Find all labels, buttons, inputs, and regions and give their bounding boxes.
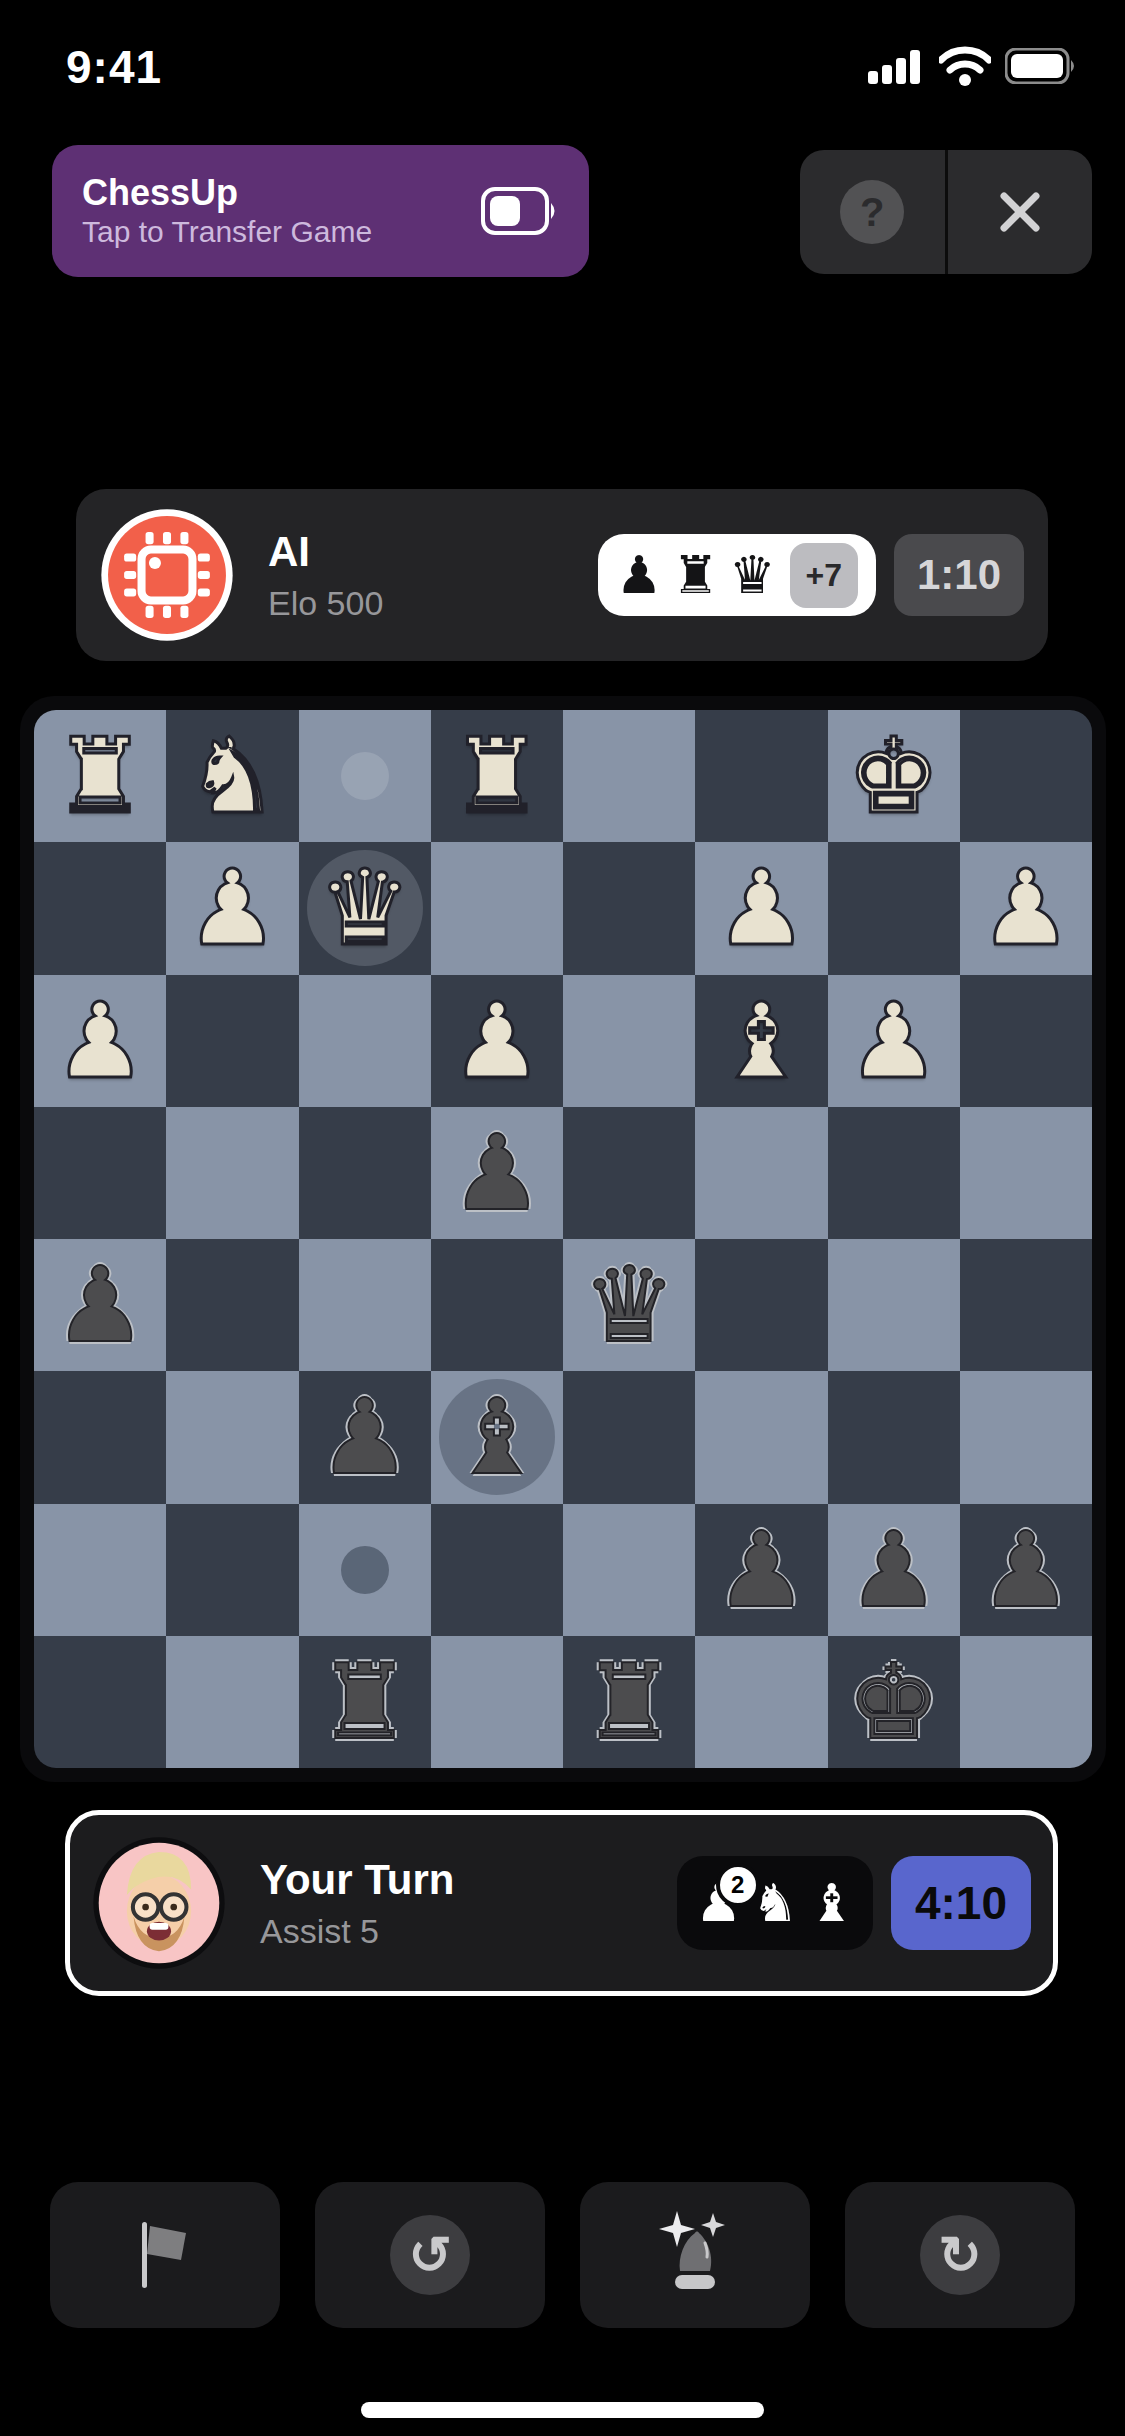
white-pawn: ♟	[186, 856, 279, 960]
square-f4[interactable]	[299, 1107, 431, 1239]
square-a5[interactable]	[960, 1239, 1092, 1371]
hint-sparkle-piece-icon	[651, 2209, 739, 2301]
black-pawn: ♟	[715, 1518, 808, 1622]
square-c7[interactable]: ♟	[695, 1504, 827, 1636]
square-d1[interactable]	[563, 710, 695, 842]
close-button[interactable]	[948, 150, 1093, 274]
square-e3[interactable]: ♟	[431, 975, 563, 1107]
game-controls: ↺ ↻	[0, 2182, 1125, 2328]
opponent-card: AI Elo 500 ♟♜♛ +7 1:10	[76, 489, 1048, 661]
square-f2[interactable]: ♛	[299, 842, 431, 974]
captured-pawn: ♟	[616, 549, 663, 601]
square-e5[interactable]	[431, 1239, 563, 1371]
square-d8[interactable]: ♜	[563, 1636, 695, 1768]
undo-icon: ↺	[390, 2215, 470, 2295]
move-dot	[341, 1546, 389, 1594]
white-bishop: ♝	[715, 989, 808, 1093]
captured-bishop: ♝	[808, 1877, 855, 1929]
square-h3[interactable]: ♟	[34, 975, 166, 1107]
square-b6[interactable]	[828, 1371, 960, 1503]
black-rook: ♜	[318, 1650, 411, 1754]
transfer-game-banner[interactable]: ChessUp Tap to Transfer Game	[52, 145, 589, 277]
chessup-app-screen: 9:41 ChessUp Tap to Transfer Game	[0, 0, 1125, 2436]
chess-board: ♜♞♜♚♟♛♟♟♟♟♝♟♟♟♛♟♝♟♟♟♜♜♚	[34, 710, 1092, 1768]
square-f7[interactable]	[299, 1504, 431, 1636]
square-h8[interactable]	[34, 1636, 166, 1768]
board-frame: ♜♞♜♚♟♛♟♟♟♟♝♟♟♟♛♟♝♟♟♟♜♜♚	[20, 696, 1106, 1782]
status-time: 9:41	[66, 40, 162, 94]
user-captured-tray: ♟2♞♝	[677, 1856, 873, 1950]
square-g1[interactable]: ♞	[166, 710, 298, 842]
status-icons	[868, 46, 1077, 86]
captured-rook: ♜	[672, 549, 719, 601]
black-pawn: ♟	[318, 1385, 411, 1489]
square-e7[interactable]	[431, 1504, 563, 1636]
user-avatar	[92, 1836, 226, 1970]
captured-knight: ♞	[752, 1877, 799, 1929]
square-g6[interactable]	[166, 1371, 298, 1503]
black-pawn: ♟	[54, 1253, 147, 1357]
square-h5[interactable]: ♟	[34, 1239, 166, 1371]
square-h2[interactable]	[34, 842, 166, 974]
black-bishop: ♝	[450, 1385, 543, 1489]
square-e6[interactable]: ♝	[431, 1371, 563, 1503]
square-h7[interactable]	[34, 1504, 166, 1636]
cellular-signal-icon	[868, 46, 925, 86]
square-a8[interactable]	[960, 1636, 1092, 1768]
undo-button[interactable]: ↺	[315, 2182, 545, 2328]
opponent-clock: 1:10	[894, 534, 1024, 616]
white-rook: ♜	[450, 724, 543, 828]
banner-subtitle: Tap to Transfer Game	[82, 214, 372, 250]
user-clock: 4:10	[891, 1856, 1031, 1950]
square-b1[interactable]: ♚	[828, 710, 960, 842]
square-d6[interactable]	[563, 1371, 695, 1503]
white-pawn: ♟	[979, 856, 1072, 960]
square-b5[interactable]	[828, 1239, 960, 1371]
square-c2[interactable]: ♟	[695, 842, 827, 974]
square-b7[interactable]: ♟	[828, 1504, 960, 1636]
white-pawn: ♟	[450, 989, 543, 1093]
square-f6[interactable]: ♟	[299, 1371, 431, 1503]
captured-more-badge: +7	[790, 543, 858, 608]
resign-button[interactable]	[50, 2182, 280, 2328]
assist-level: Assist 5	[260, 1912, 677, 1951]
ai-avatar	[100, 508, 234, 642]
black-king: ♚	[847, 1650, 940, 1754]
home-indicator[interactable]	[361, 2402, 764, 2418]
square-d5[interactable]: ♛	[563, 1239, 695, 1371]
white-pawn: ♟	[847, 989, 940, 1093]
square-b8[interactable]: ♚	[828, 1636, 960, 1768]
white-queen: ♛	[318, 856, 411, 960]
close-icon	[998, 190, 1042, 234]
white-pawn: ♟	[54, 989, 147, 1093]
square-c8[interactable]	[695, 1636, 827, 1768]
square-d7[interactable]	[563, 1504, 695, 1636]
square-c1[interactable]	[695, 710, 827, 842]
captured-pawn: ♟2	[695, 1877, 742, 1929]
square-c5[interactable]	[695, 1239, 827, 1371]
square-f1[interactable]	[299, 710, 431, 842]
black-pawn: ♟	[450, 1121, 543, 1225]
black-rook: ♜	[583, 1650, 676, 1754]
white-knight: ♞	[186, 724, 279, 828]
redo-button[interactable]: ↻	[845, 2182, 1075, 2328]
opponent-name: AI	[268, 528, 598, 576]
captured-queen: ♛	[729, 549, 776, 601]
square-h1[interactable]: ♜	[34, 710, 166, 842]
help-button[interactable]: ?	[800, 150, 948, 274]
user-card: Your Turn Assist 5 ♟2♞♝ 4:10	[65, 1810, 1058, 1996]
redo-icon: ↻	[920, 2215, 1000, 2295]
battery-icon	[1005, 48, 1077, 84]
black-pawn: ♟	[979, 1518, 1072, 1622]
wifi-icon	[939, 46, 991, 86]
square-a7[interactable]: ♟	[960, 1504, 1092, 1636]
square-a4[interactable]	[960, 1107, 1092, 1239]
square-f5[interactable]	[299, 1239, 431, 1371]
square-e2[interactable]	[431, 842, 563, 974]
square-b4[interactable]	[828, 1107, 960, 1239]
square-a2[interactable]: ♟	[960, 842, 1092, 974]
square-d3[interactable]	[563, 975, 695, 1107]
move-dot	[341, 752, 389, 800]
black-queen: ♛	[583, 1253, 676, 1357]
square-g3[interactable]	[166, 975, 298, 1107]
square-h4[interactable]	[34, 1107, 166, 1239]
square-g8[interactable]	[166, 1636, 298, 1768]
square-g5[interactable]	[166, 1239, 298, 1371]
white-pawn: ♟	[715, 856, 808, 960]
question-mark-icon: ?	[840, 180, 904, 244]
square-g2[interactable]: ♟	[166, 842, 298, 974]
square-e4[interactable]: ♟	[431, 1107, 563, 1239]
square-b3[interactable]: ♟	[828, 975, 960, 1107]
square-a3[interactable]	[960, 975, 1092, 1107]
square-e1[interactable]: ♜	[431, 710, 563, 842]
square-e8[interactable]	[431, 1636, 563, 1768]
square-g4[interactable]	[166, 1107, 298, 1239]
app-name: ChessUp	[82, 172, 372, 213]
opponent-captured-tray: ♟♜♛ +7	[598, 534, 876, 616]
banner-text: ChessUp Tap to Transfer Game	[82, 172, 372, 249]
square-d4[interactable]	[563, 1107, 695, 1239]
user-info: Your Turn Assist 5	[260, 1856, 677, 1951]
hint-button[interactable]	[580, 2182, 810, 2328]
square-c4[interactable]	[695, 1107, 827, 1239]
square-c3[interactable]: ♝	[695, 975, 827, 1107]
square-f8[interactable]: ♜	[299, 1636, 431, 1768]
square-b2[interactable]	[828, 842, 960, 974]
square-d2[interactable]	[563, 842, 695, 974]
board-battery-icon	[481, 187, 559, 235]
white-rook: ♜	[54, 724, 147, 828]
top-buttons: ?	[800, 150, 1092, 274]
white-king: ♚	[847, 724, 940, 828]
black-pawn: ♟	[847, 1518, 940, 1622]
square-g7[interactable]	[166, 1504, 298, 1636]
flag-icon	[134, 2218, 196, 2292]
square-a1[interactable]	[960, 710, 1092, 842]
square-h6[interactable]	[34, 1371, 166, 1503]
turn-indicator: Your Turn	[260, 1856, 677, 1904]
square-a6[interactable]	[960, 1371, 1092, 1503]
opponent-rating: Elo 500	[268, 584, 598, 623]
square-f3[interactable]	[299, 975, 431, 1107]
square-c6[interactable]	[695, 1371, 827, 1503]
opponent-info: AI Elo 500	[268, 528, 598, 623]
